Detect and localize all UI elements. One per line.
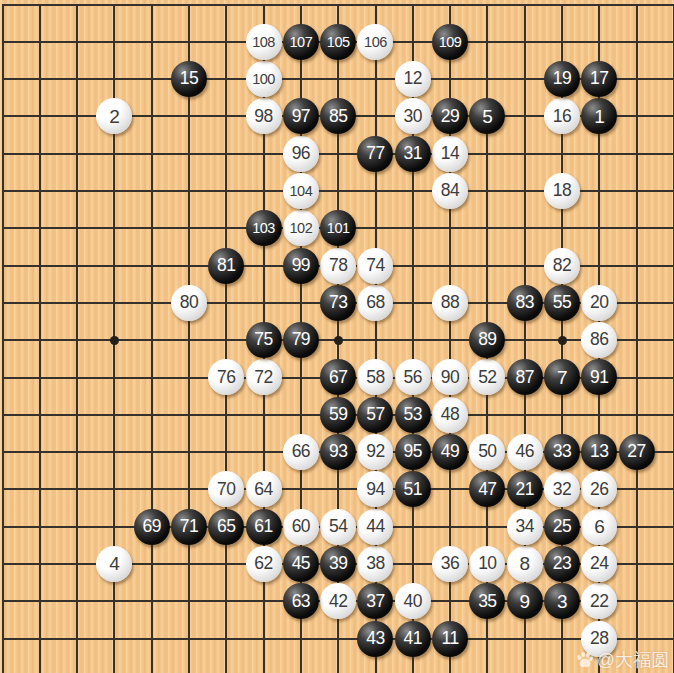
move-number: 11: [441, 630, 458, 648]
move-number: 95: [404, 443, 422, 461]
move-number: 80: [180, 294, 198, 312]
stone-move-39: 39: [320, 546, 356, 582]
stone-move-8: 8: [507, 546, 543, 582]
move-number: 94: [366, 481, 384, 499]
move-number: 62: [254, 555, 272, 573]
move-number: 61: [254, 518, 272, 536]
move-number: 39: [329, 555, 347, 573]
move-number: 97: [292, 108, 310, 126]
stone-move-23: 23: [544, 546, 580, 582]
stone-move-93: 93: [320, 434, 356, 470]
move-number: 99: [292, 257, 310, 275]
stone-move-107: 107: [283, 24, 319, 60]
move-number: 105: [327, 35, 350, 50]
move-number: 18: [553, 182, 571, 200]
stone-move-97: 97: [283, 98, 319, 134]
move-number: 20: [590, 294, 608, 312]
stone-move-14: 14: [432, 136, 468, 172]
stone-move-73: 73: [320, 285, 356, 321]
stone-move-61: 61: [246, 509, 282, 545]
stone-move-6: 6: [581, 509, 617, 545]
stone-move-20: 20: [581, 285, 617, 321]
move-number: 36: [441, 555, 459, 573]
stone-move-58: 58: [357, 359, 393, 395]
stone-move-80: 80: [171, 285, 207, 321]
stone-move-85: 85: [320, 98, 356, 134]
move-number: 17: [590, 70, 608, 88]
stone-move-92: 92: [357, 434, 393, 470]
move-number: 85: [329, 108, 347, 126]
move-number: 72: [254, 369, 272, 387]
stone-move-47: 47: [469, 471, 505, 507]
stone-move-98: 98: [246, 98, 282, 134]
stone-move-84: 84: [432, 173, 468, 209]
move-number: 37: [366, 593, 384, 611]
stone-move-25: 25: [544, 509, 580, 545]
move-number: 74: [366, 257, 384, 275]
stone-move-77: 77: [357, 136, 393, 172]
move-number: 24: [590, 555, 608, 573]
stone-move-65: 65: [208, 509, 244, 545]
move-number: 46: [515, 443, 533, 461]
stone-move-46: 46: [507, 434, 543, 470]
stone-move-45: 45: [283, 546, 319, 582]
move-number: 86: [590, 331, 608, 349]
stone-move-69: 69: [134, 509, 170, 545]
stone-move-11: 11: [432, 621, 468, 657]
move-number: 81: [217, 257, 235, 275]
stone-move-18: 18: [544, 173, 580, 209]
move-number: 58: [366, 369, 384, 387]
stone-move-7: 7: [544, 359, 580, 395]
stone-move-10: 10: [469, 546, 505, 582]
stone-move-88: 88: [432, 285, 468, 321]
move-number: 48: [441, 406, 459, 424]
stone-move-42: 42: [320, 583, 356, 619]
move-number: 106: [364, 35, 387, 50]
stone-move-71: 71: [171, 509, 207, 545]
move-number: 35: [478, 593, 496, 611]
move-number: 27: [627, 443, 645, 461]
stone-move-57: 57: [357, 397, 393, 433]
stone-move-44: 44: [357, 509, 393, 545]
stone-move-26: 26: [581, 471, 617, 507]
stone-move-59: 59: [320, 397, 356, 433]
move-number: 75: [254, 331, 272, 349]
stone-move-74: 74: [357, 248, 393, 284]
move-number: 69: [142, 518, 160, 536]
move-number: 41: [404, 630, 422, 648]
stone-move-43: 43: [357, 621, 393, 657]
move-number: 109: [439, 35, 462, 50]
stone-move-102: 102: [283, 210, 319, 246]
move-number: 19: [553, 70, 571, 88]
move-number: 101: [327, 221, 350, 236]
move-number: 108: [252, 35, 275, 50]
stone-move-89: 89: [469, 322, 505, 358]
move-number: 21: [515, 481, 533, 499]
stone-move-66: 66: [283, 434, 319, 470]
move-number: 23: [553, 555, 571, 573]
stone-move-35: 35: [469, 583, 505, 619]
move-number: 98: [254, 108, 272, 126]
move-number: 30: [404, 108, 422, 126]
stone-move-51: 51: [395, 471, 431, 507]
stone-move-22: 22: [581, 583, 617, 619]
move-number: 87: [515, 369, 533, 387]
stone-move-53: 53: [395, 397, 431, 433]
move-number: 70: [217, 481, 235, 499]
move-number: 53: [404, 406, 422, 424]
stone-move-41: 41: [395, 621, 431, 657]
move-number: 64: [254, 481, 272, 499]
move-number: 13: [590, 443, 608, 461]
move-number: 77: [366, 145, 384, 163]
stone-move-91: 91: [581, 359, 617, 395]
stone-move-40: 40: [395, 583, 431, 619]
stone-move-109: 109: [432, 24, 468, 60]
move-number: 14: [441, 145, 459, 163]
stone-move-81: 81: [208, 248, 244, 284]
move-number: 96: [292, 145, 310, 163]
stone-move-105: 105: [320, 24, 356, 60]
stone-move-104: 104: [283, 173, 319, 209]
stone-move-5: 5: [469, 98, 505, 134]
stone-move-9: 9: [507, 583, 543, 619]
stone-move-67: 67: [320, 359, 356, 395]
move-number: 52: [478, 369, 496, 387]
move-number: 88: [441, 294, 459, 312]
move-number: 10: [478, 555, 496, 573]
move-number: 89: [478, 331, 496, 349]
move-number: 55: [553, 294, 571, 312]
move-number: 40: [404, 593, 422, 611]
move-number: 38: [366, 555, 384, 573]
stone-move-90: 90: [432, 359, 468, 395]
watermark: @大福圆: [575, 648, 669, 672]
stone-move-31: 31: [395, 136, 431, 172]
move-number: 56: [404, 369, 422, 387]
stone-move-24: 24: [581, 546, 617, 582]
stone-move-16: 16: [544, 98, 580, 134]
move-number: 91: [590, 369, 608, 387]
stone-move-103: 103: [246, 210, 282, 246]
stone-move-86: 86: [581, 322, 617, 358]
stone-move-108: 108: [246, 24, 282, 60]
stone-move-99: 99: [283, 248, 319, 284]
stone-move-38: 38: [357, 546, 393, 582]
move-number: 79: [292, 331, 310, 349]
move-number: 67: [329, 369, 347, 387]
stone-move-21: 21: [507, 471, 543, 507]
move-number: 73: [329, 294, 347, 312]
stone-move-70: 70: [208, 471, 244, 507]
move-number: 60: [292, 518, 310, 536]
stone-move-49: 49: [432, 434, 468, 470]
move-number: 4: [109, 554, 119, 573]
move-number: 8: [520, 554, 530, 573]
stone-move-62: 62: [246, 546, 282, 582]
stone-move-83: 83: [507, 285, 543, 321]
stone-move-55: 55: [544, 285, 580, 321]
stone-move-27: 27: [619, 434, 655, 470]
move-number: 84: [441, 182, 459, 200]
move-number: 90: [441, 369, 459, 387]
move-number: 16: [553, 108, 571, 126]
stone-move-87: 87: [507, 359, 543, 395]
stone-move-33: 33: [544, 434, 580, 470]
move-number: 68: [366, 294, 384, 312]
stone-move-54: 54: [320, 509, 356, 545]
move-number: 7: [557, 368, 567, 387]
move-number: 9: [520, 592, 530, 611]
move-number: 57: [366, 406, 384, 424]
move-number: 49: [441, 443, 459, 461]
move-number: 59: [329, 406, 347, 424]
stone-move-29: 29: [432, 98, 468, 134]
stone-move-96: 96: [283, 136, 319, 172]
stone-move-78: 78: [320, 248, 356, 284]
move-number: 29: [441, 108, 459, 126]
stone-move-13: 13: [581, 434, 617, 470]
stone-move-72: 72: [246, 359, 282, 395]
move-number: 82: [553, 257, 571, 275]
move-number: 33: [553, 443, 571, 461]
move-number: 12: [404, 70, 422, 88]
move-number: 83: [515, 294, 533, 312]
move-number: 15: [180, 70, 198, 88]
stone-move-101: 101: [320, 210, 356, 246]
move-number: 50: [478, 443, 496, 461]
move-number: 31: [404, 145, 422, 163]
stone-move-34: 34: [507, 509, 543, 545]
stones-layer: 1234567891011121314151617181920212223242…: [0, 0, 674, 673]
move-number: 45: [292, 555, 310, 573]
move-number: 34: [515, 518, 533, 536]
stone-move-94: 94: [357, 471, 393, 507]
stone-move-12: 12: [395, 61, 431, 97]
move-number: 2: [109, 107, 119, 126]
stone-move-100: 100: [246, 61, 282, 97]
stone-move-36: 36: [432, 546, 468, 582]
move-number: 63: [292, 593, 310, 611]
move-number: 3: [557, 592, 567, 611]
go-board: 1234567891011121314151617181920212223242…: [0, 0, 674, 673]
move-number: 76: [217, 369, 235, 387]
stone-move-48: 48: [432, 397, 468, 433]
stone-move-37: 37: [357, 583, 393, 619]
move-number: 103: [252, 221, 275, 236]
move-number: 51: [404, 481, 422, 499]
move-number: 102: [290, 221, 313, 236]
stone-move-15: 15: [171, 61, 207, 97]
move-number: 43: [366, 630, 384, 648]
stone-move-4: 4: [96, 546, 132, 582]
paw-icon: [575, 650, 595, 670]
stone-move-56: 56: [395, 359, 431, 395]
stone-move-3: 3: [544, 583, 580, 619]
watermark-text: @大福圆: [597, 648, 669, 672]
move-number: 5: [482, 107, 492, 126]
stone-move-60: 60: [283, 509, 319, 545]
stone-move-19: 19: [544, 61, 580, 97]
move-number: 1: [594, 107, 604, 126]
stone-move-52: 52: [469, 359, 505, 395]
stone-move-64: 64: [246, 471, 282, 507]
stone-move-76: 76: [208, 359, 244, 395]
stone-move-95: 95: [395, 434, 431, 470]
stone-move-1: 1: [581, 98, 617, 134]
move-number: 26: [590, 481, 608, 499]
move-number: 44: [366, 518, 384, 536]
move-number: 107: [290, 35, 313, 50]
stone-move-75: 75: [246, 322, 282, 358]
move-number: 28: [590, 630, 608, 648]
move-number: 25: [553, 518, 571, 536]
move-number: 104: [290, 184, 313, 199]
move-number: 47: [478, 481, 496, 499]
stone-move-2: 2: [96, 98, 132, 134]
move-number: 66: [292, 443, 310, 461]
move-number: 92: [366, 443, 384, 461]
stone-move-63: 63: [283, 583, 319, 619]
move-number: 78: [329, 257, 347, 275]
move-number: 65: [217, 518, 235, 536]
stone-move-82: 82: [544, 248, 580, 284]
move-number: 71: [180, 518, 198, 536]
stone-move-17: 17: [581, 61, 617, 97]
stone-move-106: 106: [357, 24, 393, 60]
move-number: 100: [252, 72, 275, 87]
move-number: 32: [553, 481, 571, 499]
stone-move-79: 79: [283, 322, 319, 358]
stone-move-30: 30: [395, 98, 431, 134]
stone-move-50: 50: [469, 434, 505, 470]
move-number: 42: [329, 593, 347, 611]
move-number: 22: [590, 593, 608, 611]
move-number: 6: [594, 517, 604, 536]
move-number: 93: [329, 443, 347, 461]
move-number: 54: [329, 518, 347, 536]
stone-move-32: 32: [544, 471, 580, 507]
stone-move-68: 68: [357, 285, 393, 321]
